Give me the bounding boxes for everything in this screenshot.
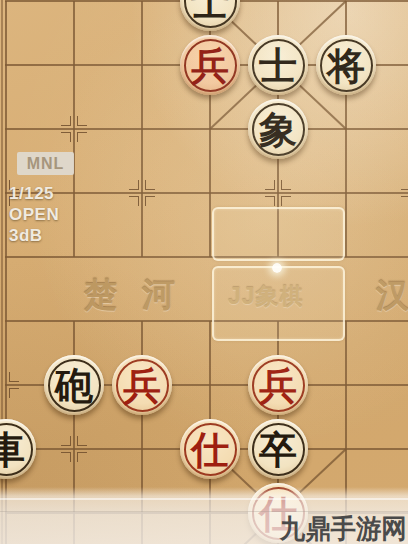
piece-glyph: 士 (191, 0, 229, 21)
marker-corner (77, 452, 87, 462)
bottom-overlay-band: 九鼎手游网 (0, 487, 408, 544)
marker-corner (265, 196, 275, 206)
marker-corner (129, 196, 139, 206)
piece-black-士[interactable]: 士 (248, 35, 308, 95)
piece-black-士[interactable]: 士 (180, 0, 240, 31)
marker-corner (77, 116, 87, 126)
marker-corner (401, 180, 408, 190)
piece-black-砲[interactable]: 砲 (44, 355, 104, 415)
piece-black-象[interactable]: 象 (248, 99, 308, 159)
marker-corner (265, 180, 275, 190)
marker-corner (9, 388, 19, 398)
marker-corner (281, 180, 291, 190)
marker-corner (61, 132, 71, 142)
piece-black-車[interactable]: 車 (0, 419, 36, 479)
piece-red-兵[interactable]: 兵 (112, 355, 172, 415)
piece-black-卒[interactable]: 卒 (248, 419, 308, 479)
rank-line (5, 128, 408, 130)
piece-glyph: 兵 (259, 367, 297, 405)
river-label-han: 汉 (376, 274, 408, 319)
marker-corner (61, 436, 71, 446)
marker-corner (145, 180, 155, 190)
piece-glyph: 象 (259, 111, 297, 149)
piece-red-兵[interactable]: 兵 (180, 35, 240, 95)
marker-corner (77, 436, 87, 446)
rank-line (5, 320, 408, 322)
piece-glyph: 卒 (259, 431, 297, 469)
marker-corner (61, 116, 71, 126)
rank-line (5, 256, 408, 258)
piece-glyph: 車 (0, 431, 25, 469)
marker-corner (77, 132, 87, 142)
piece-glyph: 兵 (191, 47, 229, 85)
move-highlight-frame (212, 207, 345, 261)
xiangqi-game-screenshot: 楚河 汉 JJ象棋 士兵士将象砲兵兵車仕卒仕 MNL 1/125 OPEN 3d… (0, 0, 408, 544)
xiangqi-board[interactable]: 楚河 汉 JJ象棋 士兵士将象砲兵兵車仕卒仕 (0, 0, 408, 544)
piece-glyph: 兵 (123, 367, 161, 405)
site-watermark: 九鼎手游网 (280, 511, 407, 544)
piece-red-仕[interactable]: 仕 (180, 419, 240, 479)
osd-iris-setting: OPEN (9, 205, 59, 225)
band-streak (0, 498, 408, 500)
rank-line (5, 192, 408, 194)
move-highlight-frame (212, 266, 345, 341)
marker-corner (401, 196, 408, 206)
marker-corner (129, 180, 139, 190)
marker-corner (281, 196, 291, 206)
osd-gain-setting: 3dB (9, 226, 43, 246)
piece-red-兵[interactable]: 兵 (248, 355, 308, 415)
osd-shutter-speed: 1/125 (9, 184, 54, 204)
marker-corner (9, 372, 19, 382)
piece-glyph: 士 (259, 47, 297, 85)
piece-glyph: 将 (327, 47, 365, 85)
osd-mode-badge: MNL (17, 152, 74, 175)
marker-corner (61, 452, 71, 462)
piece-glyph: 仕 (191, 431, 229, 469)
piece-glyph: 砲 (55, 367, 93, 405)
piece-black-将[interactable]: 将 (316, 35, 376, 95)
river-label-chu-he: 楚河 (84, 273, 200, 318)
marker-corner (145, 196, 155, 206)
move-indicator-dot (272, 263, 282, 273)
